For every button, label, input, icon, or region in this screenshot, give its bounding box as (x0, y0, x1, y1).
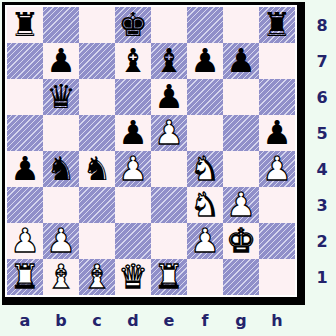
square-g6[interactable] (223, 79, 259, 115)
square-a8[interactable]: ♜ (7, 7, 43, 43)
piece-white-pawn: ♟ (118, 151, 148, 187)
square-d2[interactable] (115, 223, 151, 259)
square-e7[interactable]: ♝ (151, 43, 187, 79)
piece-white-knight: ♞ (190, 187, 220, 223)
square-b6[interactable]: ♛ (43, 79, 79, 115)
square-b5[interactable] (43, 115, 79, 151)
square-g8[interactable] (223, 7, 259, 43)
square-h2[interactable] (259, 223, 295, 259)
square-h5[interactable]: ♟ (259, 115, 295, 151)
square-d7[interactable]: ♝ (115, 43, 151, 79)
square-c7[interactable] (79, 43, 115, 79)
piece-black-pawn: ♟ (46, 43, 76, 79)
file-label-g: g (223, 307, 259, 333)
piece-black-pawn: ♟ (154, 79, 184, 115)
square-e3[interactable] (151, 187, 187, 223)
square-g4[interactable] (223, 151, 259, 187)
piece-black-rook: ♜ (262, 7, 292, 43)
piece-black-bishop: ♝ (154, 43, 184, 79)
file-label-f: f (187, 307, 223, 333)
square-f3[interactable]: ♞ (187, 187, 223, 223)
square-c8[interactable] (79, 7, 115, 43)
square-e2[interactable] (151, 223, 187, 259)
square-f6[interactable] (187, 79, 223, 115)
square-g7[interactable]: ♟ (223, 43, 259, 79)
square-c2[interactable] (79, 223, 115, 259)
square-d4[interactable]: ♟ (115, 151, 151, 187)
square-g5[interactable] (223, 115, 259, 151)
square-f5[interactable] (187, 115, 223, 151)
square-h8[interactable]: ♜ (259, 7, 295, 43)
square-d5[interactable]: ♟ (115, 115, 151, 151)
square-c1[interactable]: ♝ (79, 259, 115, 295)
square-a4[interactable]: ♟ (7, 151, 43, 187)
square-b1[interactable]: ♝ (43, 259, 79, 295)
square-g3[interactable]: ♟ (223, 187, 259, 223)
square-a7[interactable] (7, 43, 43, 79)
piece-black-rook: ♜ (10, 7, 40, 43)
piece-white-pawn: ♟ (154, 115, 184, 151)
square-e8[interactable] (151, 7, 187, 43)
file-label-e: e (151, 307, 187, 333)
square-a5[interactable] (7, 115, 43, 151)
piece-white-bishop: ♝ (82, 259, 112, 295)
square-b7[interactable]: ♟ (43, 43, 79, 79)
square-c3[interactable] (79, 187, 115, 223)
rank-label-6: 6 (309, 79, 335, 115)
piece-white-bishop: ♝ (46, 259, 76, 295)
file-labels: abcdefgh (7, 307, 295, 333)
square-a6[interactable] (7, 79, 43, 115)
board-grid: ♜♚♜♟♝♝♟♟♛♟♟♟♟♟♞♞♟♞♟♞♟♟♟♟♚♜♝♝♛♜ (7, 7, 295, 295)
chess-board: ♜♚♜♟♝♝♟♟♛♟♟♟♟♟♞♞♟♞♟♞♟♟♟♟♚♜♝♝♛♜ (2, 2, 305, 305)
piece-black-knight: ♞ (82, 151, 112, 187)
square-c5[interactable] (79, 115, 115, 151)
square-e5[interactable]: ♟ (151, 115, 187, 151)
square-b2[interactable]: ♟ (43, 223, 79, 259)
piece-black-bishop: ♝ (118, 43, 148, 79)
square-b8[interactable] (43, 7, 79, 43)
square-h1[interactable] (259, 259, 295, 295)
piece-black-king: ♚ (118, 7, 148, 43)
piece-black-pawn: ♟ (226, 43, 256, 79)
rank-label-8: 8 (309, 7, 335, 43)
square-f1[interactable] (187, 259, 223, 295)
piece-black-pawn: ♟ (262, 115, 292, 151)
square-f8[interactable] (187, 7, 223, 43)
piece-black-pawn: ♟ (118, 115, 148, 151)
rank-label-3: 3 (309, 187, 335, 223)
square-a3[interactable] (7, 187, 43, 223)
square-f4[interactable]: ♞ (187, 151, 223, 187)
piece-white-queen: ♛ (118, 259, 148, 295)
square-f2[interactable]: ♟ (187, 223, 223, 259)
piece-black-knight: ♞ (46, 151, 76, 187)
piece-white-rook: ♜ (10, 259, 40, 295)
piece-white-pawn: ♟ (46, 223, 76, 259)
square-h6[interactable] (259, 79, 295, 115)
square-c4[interactable]: ♞ (79, 151, 115, 187)
rank-label-4: 4 (309, 151, 335, 187)
file-label-b: b (43, 307, 79, 333)
piece-white-pawn: ♟ (10, 223, 40, 259)
file-label-c: c (79, 307, 115, 333)
square-h4[interactable]: ♟ (259, 151, 295, 187)
piece-black-queen: ♛ (46, 79, 76, 115)
square-g1[interactable] (223, 259, 259, 295)
square-b3[interactable] (43, 187, 79, 223)
square-b4[interactable]: ♞ (43, 151, 79, 187)
file-label-a: a (7, 307, 43, 333)
piece-white-pawn: ♟ (190, 223, 220, 259)
square-g2[interactable]: ♚ (223, 223, 259, 259)
square-e6[interactable]: ♟ (151, 79, 187, 115)
square-a2[interactable]: ♟ (7, 223, 43, 259)
square-d6[interactable] (115, 79, 151, 115)
square-d1[interactable]: ♛ (115, 259, 151, 295)
piece-black-pawn: ♟ (10, 151, 40, 187)
piece-white-knight: ♞ (190, 151, 220, 187)
square-a1[interactable]: ♜ (7, 259, 43, 295)
piece-white-pawn: ♟ (226, 187, 256, 223)
square-f7[interactable]: ♟ (187, 43, 223, 79)
square-h3[interactable] (259, 187, 295, 223)
rank-label-5: 5 (309, 115, 335, 151)
file-label-h: h (259, 307, 295, 333)
rank-label-2: 2 (309, 223, 335, 259)
square-e4[interactable] (151, 151, 187, 187)
file-label-d: d (115, 307, 151, 333)
square-h7[interactable] (259, 43, 295, 79)
square-c6[interactable] (79, 79, 115, 115)
piece-white-king: ♚ (226, 223, 256, 259)
piece-white-rook: ♜ (154, 259, 184, 295)
piece-white-pawn: ♟ (262, 151, 292, 187)
square-e1[interactable]: ♜ (151, 259, 187, 295)
square-d3[interactable] (115, 187, 151, 223)
square-d8[interactable]: ♚ (115, 7, 151, 43)
rank-labels: 87654321 (309, 7, 335, 295)
piece-black-pawn: ♟ (190, 43, 220, 79)
rank-label-7: 7 (309, 43, 335, 79)
rank-label-1: 1 (309, 259, 335, 295)
